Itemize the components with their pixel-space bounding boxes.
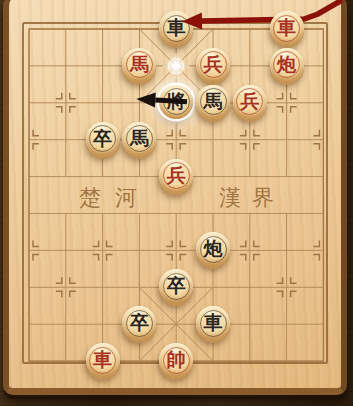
piece-black-horse[interactable]: 馬 xyxy=(196,85,230,119)
piece-black-general[interactable]: 將 xyxy=(159,85,193,119)
piece-glyph: 車 xyxy=(204,313,223,333)
sparkle-indicator xyxy=(163,53,189,79)
piece-glyph: 兵 xyxy=(167,166,186,186)
piece-glyph: 兵 xyxy=(204,55,223,75)
piece-glyph: 兵 xyxy=(240,92,259,112)
piece-red-pawn[interactable]: 兵 xyxy=(159,159,193,193)
piece-glyph: 卒 xyxy=(130,313,149,333)
river-label-right: 漢界 xyxy=(219,183,285,209)
piece-black-rook[interactable]: 車 xyxy=(196,306,230,340)
piece-black-pawn[interactable]: 卒 xyxy=(86,122,120,156)
piece-red-pawn[interactable]: 兵 xyxy=(233,85,267,119)
piece-glyph: 炮 xyxy=(204,239,223,259)
piece-black-horse[interactable]: 馬 xyxy=(122,122,156,156)
piece-glyph: 帥 xyxy=(167,350,186,370)
piece-red-pawn[interactable]: 兵 xyxy=(196,48,230,82)
piece-glyph: 將 xyxy=(167,92,186,112)
piece-red-rook[interactable]: 車 xyxy=(86,343,120,377)
piece-red-rook[interactable]: 車 xyxy=(270,11,304,45)
piece-black-rook[interactable]: 車 xyxy=(159,11,193,45)
piece-glyph: 馬 xyxy=(130,55,149,75)
piece-glyph: 馬 xyxy=(130,129,149,149)
piece-glyph: 卒 xyxy=(93,129,112,149)
sparkle-ring-icon xyxy=(168,58,184,74)
piece-glyph: 車 xyxy=(277,18,296,38)
piece-glyph: 炮 xyxy=(277,55,296,75)
piece-glyph: 卒 xyxy=(167,276,186,296)
piece-red-cannon[interactable]: 炮 xyxy=(270,48,304,82)
river-label-left: 楚河 xyxy=(79,183,151,209)
piece-glyph: 馬 xyxy=(204,92,223,112)
piece-glyph: 車 xyxy=(93,350,112,370)
piece-glyph: 車 xyxy=(167,18,186,38)
xiangqi-board-screen: 楚河 漢界 車車馬兵炮將馬兵卒馬兵炮卒卒車車帥 xyxy=(0,0,353,406)
